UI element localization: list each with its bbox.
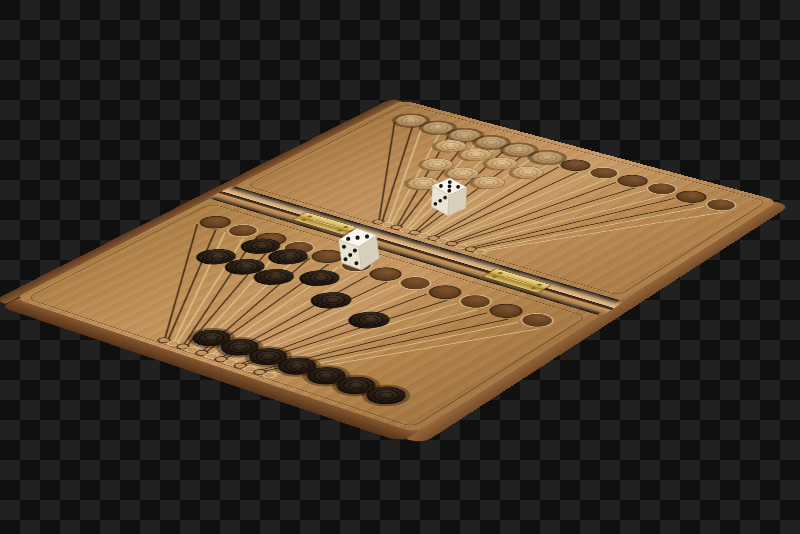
board-perspective-wrapper	[169, 0, 649, 534]
near-rest-hollow	[515, 311, 559, 330]
die-near[interactable]	[335, 224, 382, 275]
far-rest-hollow	[701, 197, 741, 213]
far-rest-hollow	[613, 173, 653, 189]
far-rest-hollow	[584, 165, 623, 181]
backgammon-board	[14, 100, 779, 433]
near-rest-hollow	[484, 302, 527, 321]
photo-stage	[0, 0, 800, 534]
far-rest-hollow	[642, 181, 682, 197]
die-far[interactable]	[429, 175, 469, 219]
near-rest-hollow	[424, 283, 467, 301]
near-rest-hollow	[454, 292, 497, 311]
far-rest-hollow	[671, 189, 711, 205]
